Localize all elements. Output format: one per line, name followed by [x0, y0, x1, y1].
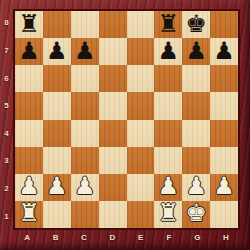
rank-labels: 87654321	[0, 9, 13, 230]
square-b5[interactable]	[43, 92, 71, 119]
black-pawn-on-b7[interactable]: ♟	[46, 39, 68, 63]
square-c7[interactable]: ♟	[71, 38, 99, 65]
square-g3[interactable]	[182, 147, 210, 174]
rank-label-2: 2	[0, 175, 13, 203]
square-h2[interactable]: ♟	[210, 174, 238, 201]
square-g1[interactable]: ♚	[182, 201, 210, 228]
black-king-on-g8[interactable]: ♚	[185, 12, 207, 36]
file-label-c: C	[70, 230, 98, 244]
chess-board: ♜♜♚♟♟♟♟♟♟♟♟♟♟♟♟♜♜♚	[13, 9, 240, 230]
square-e4[interactable]	[127, 120, 155, 147]
square-h8[interactable]	[210, 11, 238, 38]
rank-label-7: 7	[0, 37, 13, 65]
square-g6[interactable]	[182, 65, 210, 92]
white-rook-on-a1[interactable]: ♜	[18, 201, 40, 225]
square-d7[interactable]	[99, 38, 127, 65]
square-c6[interactable]	[71, 65, 99, 92]
file-label-f: F	[155, 230, 183, 244]
square-c1[interactable]	[71, 201, 99, 228]
square-g4[interactable]	[182, 120, 210, 147]
square-a5[interactable]	[15, 92, 43, 119]
white-pawn-on-b2[interactable]: ♟	[46, 174, 68, 198]
rank-label-4: 4	[0, 120, 13, 148]
square-b4[interactable]	[43, 120, 71, 147]
square-f1[interactable]: ♜	[154, 201, 182, 228]
file-label-d: D	[98, 230, 126, 244]
square-b7[interactable]: ♟	[43, 38, 71, 65]
square-d6[interactable]	[99, 65, 127, 92]
square-c3[interactable]	[71, 147, 99, 174]
square-e7[interactable]	[127, 38, 155, 65]
file-label-b: B	[41, 230, 69, 244]
square-f7[interactable]: ♟	[154, 38, 182, 65]
square-h7[interactable]: ♟	[210, 38, 238, 65]
square-a4[interactable]	[15, 120, 43, 147]
black-pawn-on-a7[interactable]: ♟	[18, 39, 40, 63]
rank-label-5: 5	[0, 92, 13, 120]
black-pawn-on-g7[interactable]: ♟	[185, 39, 207, 63]
square-d1[interactable]	[99, 201, 127, 228]
square-e3[interactable]	[127, 147, 155, 174]
square-c5[interactable]	[71, 92, 99, 119]
square-e1[interactable]	[127, 201, 155, 228]
file-label-e: E	[127, 230, 155, 244]
white-pawn-on-c2[interactable]: ♟	[74, 174, 96, 198]
square-a3[interactable]	[15, 147, 43, 174]
square-e6[interactable]	[127, 65, 155, 92]
square-g5[interactable]	[182, 92, 210, 119]
white-pawn-on-h2[interactable]: ♟	[213, 174, 235, 198]
square-c2[interactable]: ♟	[71, 174, 99, 201]
black-pawn-on-f7[interactable]: ♟	[158, 39, 180, 63]
white-pawn-on-f2[interactable]: ♟	[158, 174, 180, 198]
square-c8[interactable]	[71, 11, 99, 38]
file-label-a: A	[13, 230, 41, 244]
square-b8[interactable]	[43, 11, 71, 38]
square-f8[interactable]: ♜	[154, 11, 182, 38]
rank-label-3: 3	[0, 147, 13, 175]
square-a7[interactable]: ♟	[15, 38, 43, 65]
square-g8[interactable]: ♚	[182, 11, 210, 38]
file-labels: ABCDEFGH	[13, 230, 240, 244]
square-f5[interactable]	[154, 92, 182, 119]
file-label-g: G	[183, 230, 211, 244]
white-pawn-on-g2[interactable]: ♟	[185, 174, 207, 198]
square-g7[interactable]: ♟	[182, 38, 210, 65]
square-h3[interactable]	[210, 147, 238, 174]
square-e8[interactable]	[127, 11, 155, 38]
rank-label-8: 8	[0, 9, 13, 37]
rank-label-6: 6	[0, 64, 13, 92]
square-e5[interactable]	[127, 92, 155, 119]
square-d4[interactable]	[99, 120, 127, 147]
square-h4[interactable]	[210, 120, 238, 147]
square-f2[interactable]: ♟	[154, 174, 182, 201]
square-e2[interactable]	[127, 174, 155, 201]
square-d5[interactable]	[99, 92, 127, 119]
square-d8[interactable]	[99, 11, 127, 38]
square-a6[interactable]	[15, 65, 43, 92]
black-rook-on-f8[interactable]: ♜	[158, 12, 180, 36]
square-c4[interactable]	[71, 120, 99, 147]
black-pawn-on-h7[interactable]: ♟	[213, 39, 235, 63]
square-a1[interactable]: ♜	[15, 201, 43, 228]
white-king-on-g1[interactable]: ♚	[185, 201, 207, 225]
rank-label-1: 1	[0, 202, 13, 230]
white-pawn-on-a2[interactable]: ♟	[18, 174, 40, 198]
black-pawn-on-c7[interactable]: ♟	[74, 39, 96, 63]
square-h5[interactable]	[210, 92, 238, 119]
white-rook-on-f1[interactable]: ♜	[158, 201, 180, 225]
square-h6[interactable]	[210, 65, 238, 92]
square-b1[interactable]	[43, 201, 71, 228]
square-a8[interactable]: ♜	[15, 11, 43, 38]
file-label-h: H	[212, 230, 240, 244]
square-f6[interactable]	[154, 65, 182, 92]
square-b2[interactable]: ♟	[43, 174, 71, 201]
square-g2[interactable]: ♟	[182, 174, 210, 201]
square-d3[interactable]	[99, 147, 127, 174]
square-f4[interactable]	[154, 120, 182, 147]
square-b6[interactable]	[43, 65, 71, 92]
square-b3[interactable]	[43, 147, 71, 174]
square-a2[interactable]: ♟	[15, 174, 43, 201]
square-d2[interactable]	[99, 174, 127, 201]
square-f3[interactable]	[154, 147, 182, 174]
square-h1[interactable]	[210, 201, 238, 228]
black-rook-on-a8[interactable]: ♜	[18, 12, 40, 36]
